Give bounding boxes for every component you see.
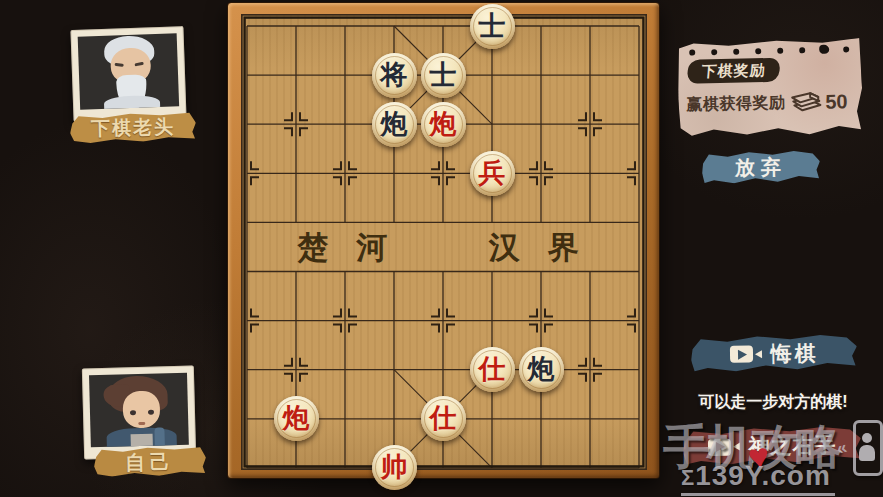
piece-red[interactable]: 仕 [421, 396, 466, 441]
piece-black[interactable]: 士 [421, 53, 466, 98]
piece-black[interactable]: 士 [470, 4, 515, 49]
man-shirt [131, 434, 153, 448]
pin-hole [689, 50, 695, 56]
pin-hole [799, 47, 805, 53]
phone-person-body [859, 445, 875, 461]
banknotes-icon [788, 89, 825, 116]
oldman-body [104, 95, 161, 110]
piece-red[interactable]: 兵 [470, 151, 515, 196]
self-photo [89, 373, 189, 448]
board-surface: 楚 河汉 界 士将士炮炮兵仕炮炮仕帅 [241, 14, 647, 470]
reward-amount: 50 [825, 90, 848, 113]
piece-red[interactable]: 仕 [470, 347, 515, 392]
give-up-button[interactable]: 放弃 [702, 150, 821, 185]
piece-red[interactable]: 炮 [421, 102, 466, 147]
reward-line: 赢棋获得奖励 50 [686, 88, 855, 118]
reward-description: 赢棋获得奖励 [686, 92, 785, 115]
opponent-avatar [70, 26, 186, 122]
undo-button[interactable]: 悔棋 [691, 334, 858, 374]
pin-hole [733, 49, 739, 55]
undo-label: 悔棋 [770, 339, 818, 368]
game-screen: 楚 河汉 界 士将士炮炮兵仕炮炮仕帅 下棋老头 自己 [0, 0, 883, 497]
watermark-site-text: 139Y.com [695, 460, 831, 491]
opponent-photo [78, 33, 179, 109]
pin-hole [843, 46, 849, 52]
self-name-label: 自己 [94, 446, 207, 478]
xiangqi-board: 楚 河汉 界 士将士炮炮兵仕炮炮仕帅 [227, 2, 660, 479]
watermark-logo-glyph: Σ [681, 465, 695, 490]
give-up-label: 放弃 [735, 154, 787, 182]
man-strap [154, 427, 165, 447]
piece-red[interactable]: 炮 [274, 396, 319, 441]
self-avatar [82, 366, 196, 460]
pin-hole [777, 48, 783, 54]
piece-black[interactable]: 炮 [519, 347, 564, 392]
hint-text: 可以走一步对方的棋! [668, 392, 878, 413]
video-ad-icon [707, 438, 739, 456]
piece-layer[interactable]: 士将士炮炮兵仕炮炮仕帅 [241, 14, 647, 470]
watermark-site: Σ139Y.com [681, 460, 835, 496]
pin-hole [711, 49, 717, 55]
reward-title-badge: 下棋奖励 [687, 58, 781, 84]
gods-right-hand-label: 神之右手 [748, 431, 836, 461]
pin-hole [819, 45, 829, 54]
man-mouth [138, 422, 145, 425]
reward-panel: 下棋奖励 赢棋获得奖励 50 [677, 38, 863, 138]
piece-black[interactable]: 炮 [372, 102, 417, 147]
piece-red[interactable]: 帅 [372, 445, 417, 490]
self-name: 自己 [125, 448, 175, 476]
opponent-name: 下棋老头 [91, 114, 176, 142]
reward-title: 下棋奖励 [701, 61, 767, 81]
phone-person-head [862, 433, 872, 443]
video-ad-icon [729, 345, 761, 363]
piece-black[interactable]: 将 [372, 53, 417, 98]
gods-right-hand-button[interactable]: 神之右手 [683, 425, 862, 466]
phone-icon [853, 420, 883, 476]
pin-hole [755, 48, 761, 54]
